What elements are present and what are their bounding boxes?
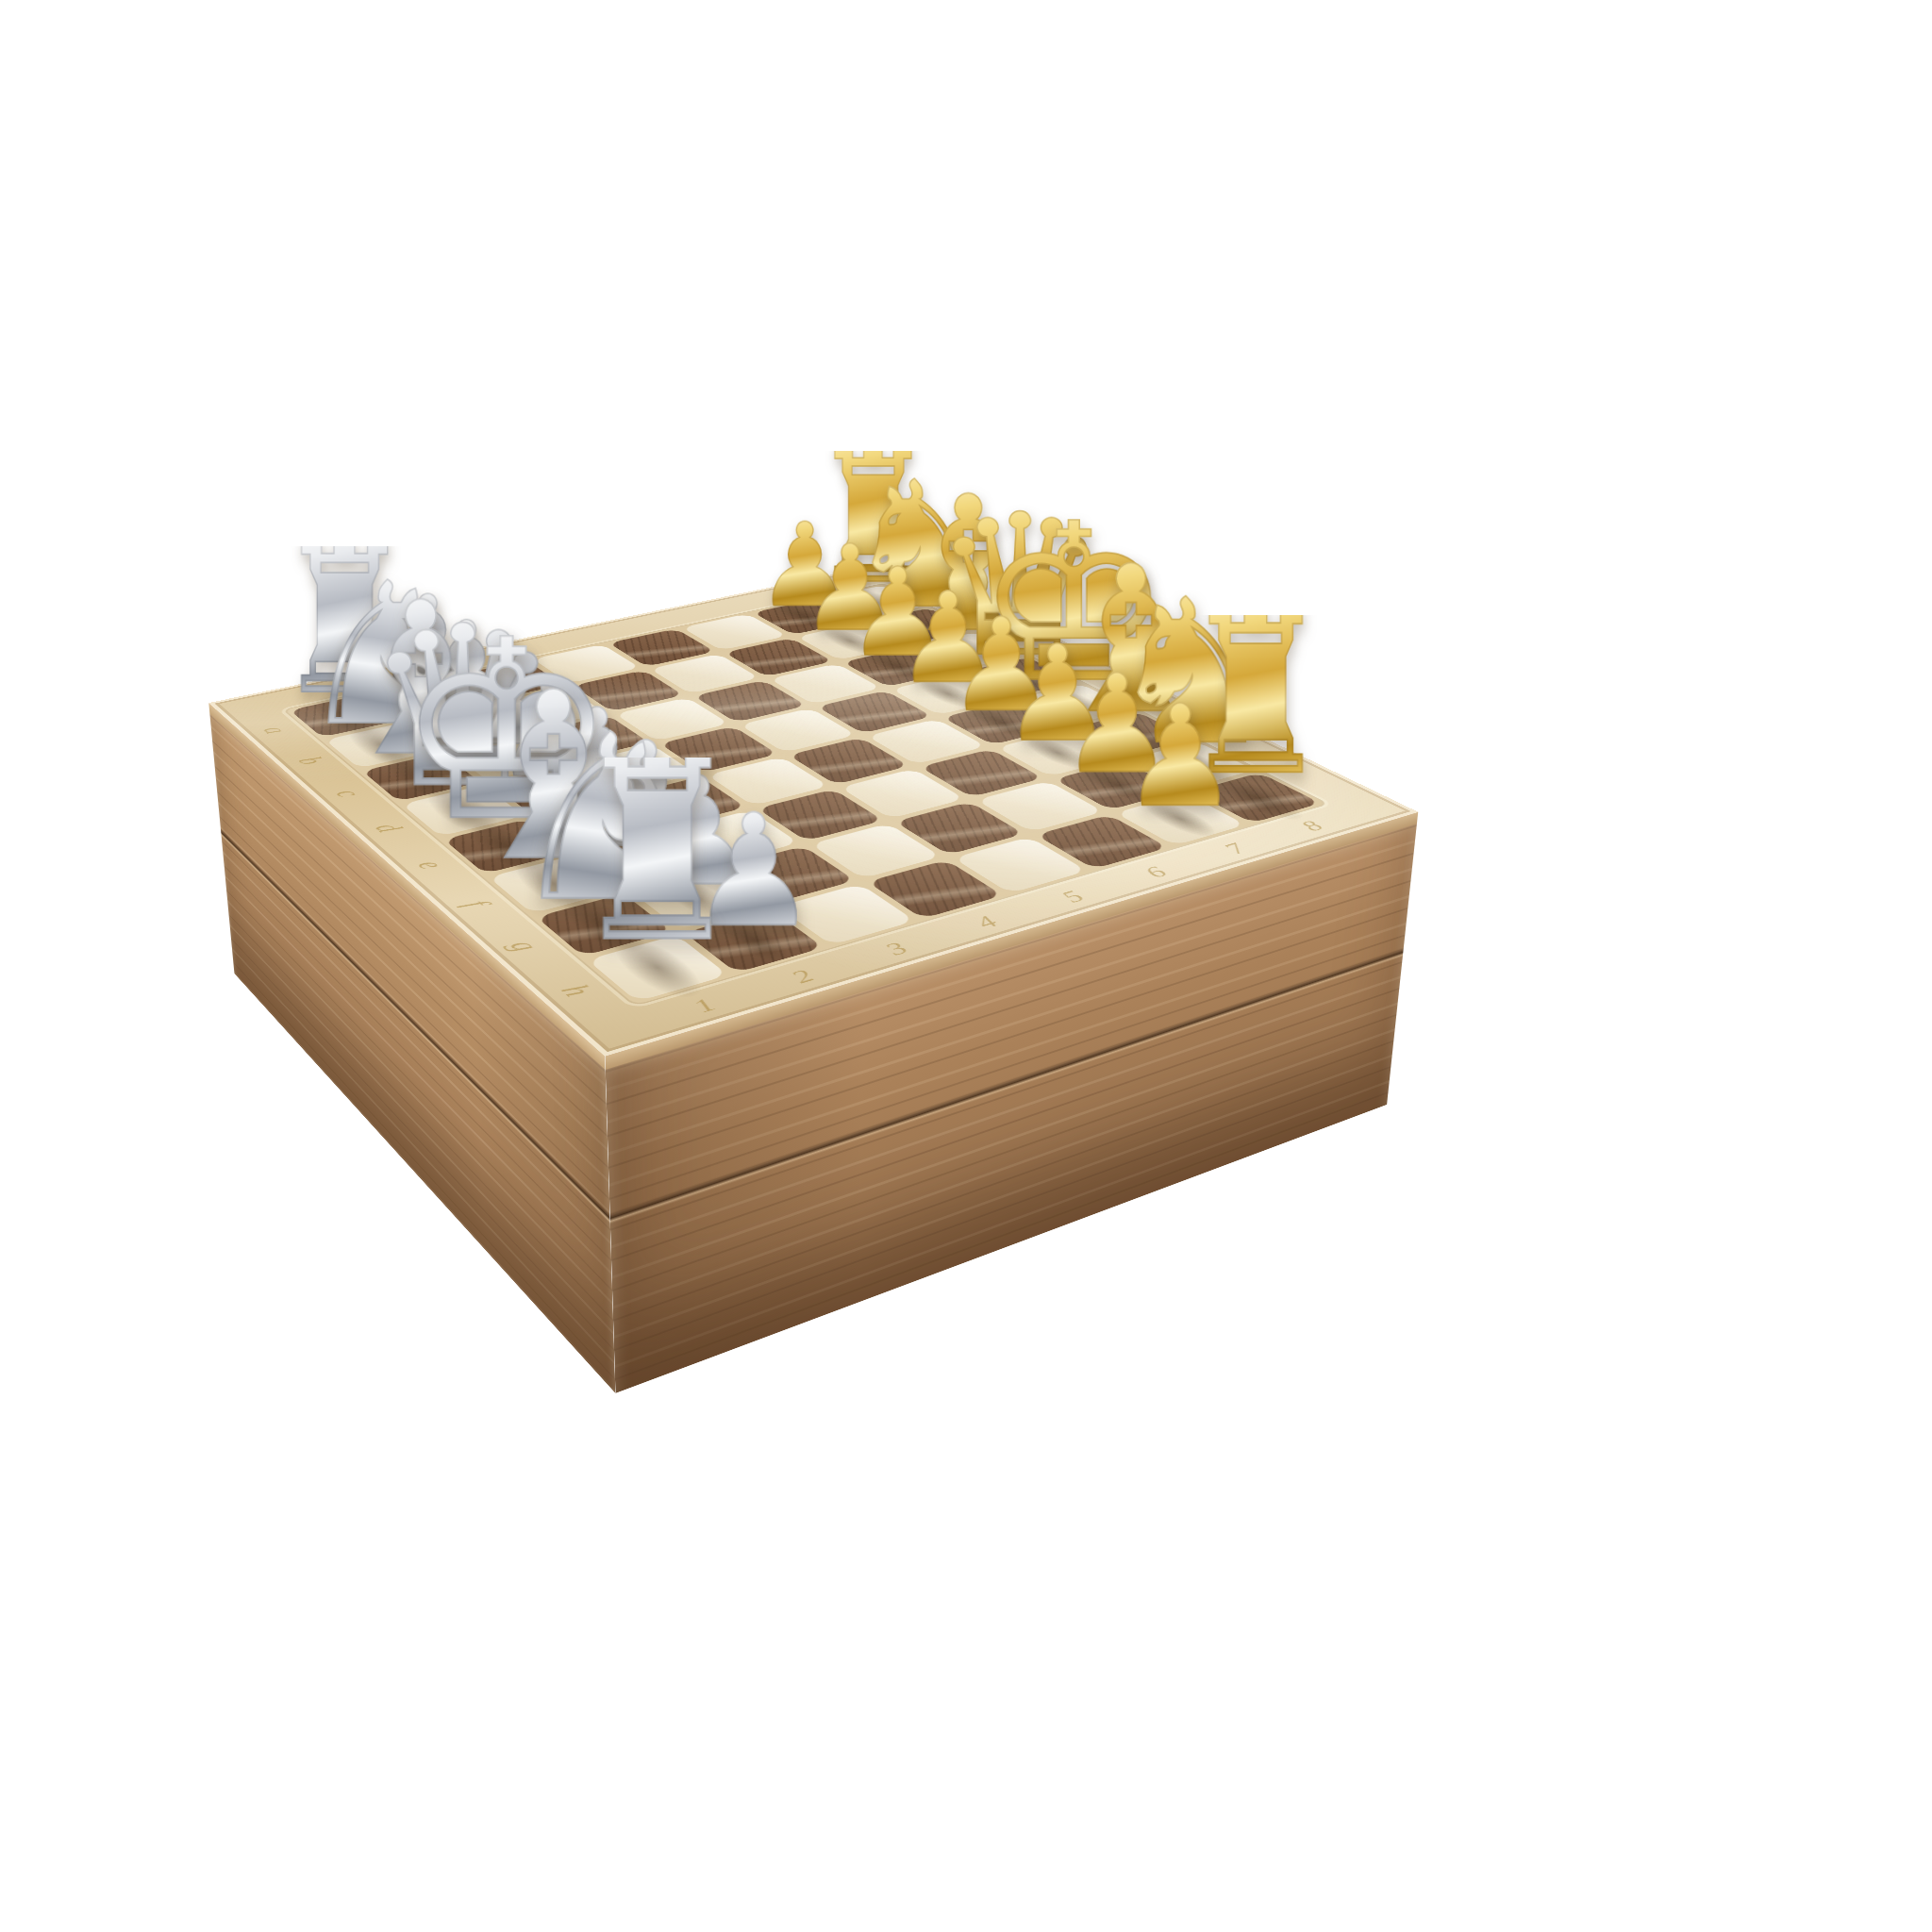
product-photo: abcdefgh 87654321 ♜♞♝♛♚♝♞♜♟♟♟♟♟♟♟♟♟♟♟♟♟♟… bbox=[0, 0, 1932, 1932]
chess-box-3d: abcdefgh 87654321 ♜♞♝♛♚♝♞♜♟♟♟♟♟♟♟♟♟♟♟♟♟♟… bbox=[208, 561, 1418, 1057]
rook-glyph: ♜ bbox=[573, 724, 742, 973]
rank-label-4: 4 bbox=[933, 895, 1040, 949]
pawn-glyph: ♟ bbox=[1123, 690, 1238, 823]
rank-label-8: 8 bbox=[1259, 803, 1365, 849]
